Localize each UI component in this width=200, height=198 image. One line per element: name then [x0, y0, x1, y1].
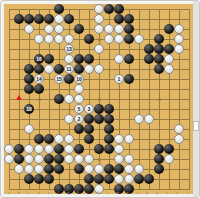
black-stone [134, 174, 144, 184]
white-stone [84, 164, 94, 174]
black-stone [14, 154, 24, 164]
bottom-coord-label: p [144, 190, 150, 195]
black-stone [74, 54, 84, 64]
white-stone [64, 114, 74, 124]
scrollbar-thumb[interactable] [193, 121, 199, 131]
black-stone [54, 144, 64, 154]
black-stone [104, 164, 114, 174]
black-stone [124, 54, 134, 64]
white-stone [4, 154, 14, 164]
white-stone [174, 34, 184, 44]
white-stone [44, 144, 54, 154]
white-stone [94, 64, 104, 74]
white-stone [114, 134, 124, 144]
black-stone [104, 174, 114, 184]
white-stone [64, 154, 74, 164]
white-stone [64, 54, 74, 64]
bottom-coord-label: g [65, 190, 71, 195]
white-stone [114, 174, 124, 184]
black-stone-numbered: 18 [24, 104, 34, 114]
hoshi-point [98, 158, 101, 161]
white-stone [74, 94, 84, 104]
black-stone [114, 164, 124, 174]
black-stone [44, 174, 54, 184]
black-stone [14, 144, 24, 154]
white-stone [64, 144, 74, 154]
black-stone [124, 74, 134, 84]
hoshi-point [158, 98, 161, 101]
black-stone [84, 174, 94, 184]
white-stone [114, 24, 124, 34]
white-stone [114, 154, 124, 164]
white-stone [54, 34, 64, 44]
white-stone [74, 84, 84, 94]
bottom-coord-label: l [105, 190, 111, 195]
white-stone [24, 124, 34, 134]
black-stone [124, 24, 134, 34]
white-stone [104, 24, 114, 34]
bottom-coord-label: m [115, 190, 121, 195]
white-stone [74, 154, 84, 164]
black-stone [154, 54, 164, 64]
white-stone [64, 34, 74, 44]
black-stone [104, 134, 114, 144]
black-stone [24, 74, 34, 84]
black-stone [74, 64, 84, 74]
black-stone [54, 164, 64, 174]
black-stone [94, 114, 104, 124]
white-stone [14, 164, 24, 174]
white-stone [124, 134, 134, 144]
black-stone [104, 114, 114, 124]
black-stone [164, 144, 174, 154]
white-stone [64, 134, 74, 144]
white-stone [4, 144, 14, 154]
bottom-coord-label: a [6, 190, 12, 195]
bottom-coord-label: n [125, 190, 131, 195]
bottom-coord-label: o [134, 190, 140, 195]
red-triangle-marker [16, 95, 22, 100]
black-stone [104, 144, 114, 154]
hoshi-point [98, 38, 101, 41]
white-stone [174, 124, 184, 134]
white-stone [24, 24, 34, 34]
black-stone [154, 34, 164, 44]
black-stone [144, 54, 154, 64]
white-stone [84, 64, 94, 74]
black-stone [154, 64, 164, 74]
bottom-coord-label: s [174, 190, 180, 195]
white-stone [44, 64, 54, 74]
black-stone [84, 114, 94, 124]
black-stone [54, 154, 64, 164]
white-stone [34, 164, 44, 174]
white-stone-numbered: 13 [64, 44, 74, 54]
black-stone [144, 174, 154, 184]
black-stone [84, 134, 94, 144]
black-stone [14, 14, 24, 24]
black-stone [24, 14, 34, 24]
white-stone [144, 114, 154, 124]
black-stone [64, 14, 74, 24]
white-stone [24, 154, 34, 164]
white-stone-numbered: 2 [74, 114, 84, 124]
go-app-window: 131611141510118532 abcdefghjklmnopqrst 1… [0, 0, 200, 198]
black-stone [34, 14, 44, 24]
bottom-coordinate-labels: abcdefghjklmnopqrst [6, 190, 190, 195]
bottom-coord-label: q [154, 190, 160, 195]
black-stone [44, 154, 54, 164]
black-stone-numbered: 16 [34, 54, 44, 64]
black-stone [124, 34, 134, 44]
white-stone [94, 4, 104, 14]
black-stone [64, 74, 74, 84]
bottom-coord-label: d [36, 190, 42, 195]
white-stone [64, 94, 74, 104]
white-stone [84, 154, 94, 164]
hoshi-point [98, 98, 101, 101]
white-stone [134, 34, 144, 44]
white-stone [34, 34, 44, 44]
white-stone [134, 164, 144, 174]
white-stone [54, 14, 64, 24]
bottom-coord-label: r [164, 190, 170, 195]
black-stone [74, 144, 84, 154]
black-stone [104, 104, 114, 114]
white-stone [124, 174, 134, 184]
white-stone [164, 54, 174, 64]
white-stone [164, 154, 174, 164]
white-stone [24, 144, 34, 154]
white-stone [54, 24, 64, 34]
bottom-coord-label: e [46, 190, 52, 195]
white-stone [94, 14, 104, 24]
white-stone [134, 114, 144, 124]
white-stone-numbered: 10 [74, 74, 84, 84]
black-stone [104, 124, 114, 134]
black-stone [44, 164, 54, 174]
black-stone [44, 54, 54, 64]
black-stone [124, 14, 134, 24]
white-stone [94, 44, 104, 54]
black-stone [34, 134, 44, 144]
black-stone [164, 44, 174, 54]
bottom-coord-label: b [16, 190, 22, 195]
bottom-coord-label: h [75, 190, 81, 195]
white-stone-numbered: 5 [74, 104, 84, 114]
black-stone [74, 164, 84, 174]
bottom-coord-label: j [85, 190, 91, 195]
white-stone [104, 34, 114, 44]
white-stone-numbered: 11 [64, 64, 74, 74]
black-stone [24, 174, 34, 184]
black-stone [144, 44, 154, 54]
white-stone [44, 24, 54, 34]
black-stone [154, 154, 164, 164]
white-stone [34, 154, 44, 164]
black-stone [104, 4, 114, 14]
black-stone [84, 54, 94, 64]
white-stone [164, 64, 174, 74]
black-stone [154, 164, 164, 174]
black-stone [34, 84, 44, 94]
white-stone [114, 34, 124, 44]
white-stone [124, 154, 134, 164]
black-stone [84, 34, 94, 44]
black-stone [34, 64, 44, 74]
black-stone [54, 94, 64, 104]
black-stone [54, 4, 64, 14]
bottom-coord-label: t [184, 190, 190, 195]
white-stone [114, 54, 124, 64]
hoshi-point [38, 98, 41, 101]
bottom-coord-label: f [55, 190, 61, 195]
black-stone [94, 144, 104, 154]
white-stone [54, 134, 64, 144]
white-stone [34, 144, 44, 154]
black-stone [34, 174, 44, 184]
white-stone [114, 144, 124, 154]
black-stone [84, 124, 94, 134]
black-stone [154, 44, 164, 54]
white-stone [174, 24, 184, 34]
white-stone-numbered: 3 [84, 104, 94, 114]
white-stone-numbered: 15 [54, 74, 64, 84]
black-stone [114, 4, 124, 14]
black-stone [54, 64, 64, 74]
black-stone [154, 144, 164, 154]
bottom-coord-label: k [95, 190, 101, 195]
white-stone [174, 134, 184, 144]
white-stone-numbered: 1 [114, 74, 124, 84]
white-stone [124, 164, 134, 174]
black-stone [94, 104, 104, 114]
white-stone [44, 34, 54, 44]
white-stone-numbered: 14 [34, 74, 44, 84]
scrollbar-track[interactable] [193, 1, 199, 198]
black-stone [44, 134, 54, 144]
black-stone [74, 124, 84, 134]
black-stone [164, 24, 174, 34]
black-stone [114, 14, 124, 24]
black-stone [74, 24, 84, 34]
white-stone [24, 164, 34, 174]
black-stone [24, 64, 34, 74]
black-stone [94, 174, 104, 184]
bottom-coord-label: c [26, 190, 32, 195]
go-board[interactable]: 131611141510118532 [4, 4, 194, 194]
white-stone [94, 164, 104, 174]
black-stone [24, 84, 34, 94]
white-stone [94, 24, 104, 34]
white-stone [174, 44, 184, 54]
black-stone [44, 14, 54, 24]
